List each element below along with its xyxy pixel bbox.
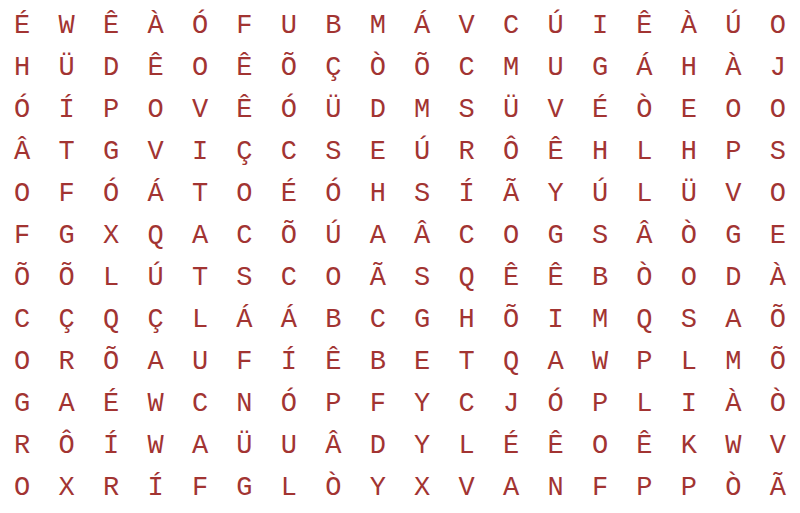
grid-cell-r7c9[interactable]: Ã: [356, 258, 400, 300]
grid-cell-r8c10[interactable]: G: [400, 299, 444, 341]
grid-cell-r8c16[interactable]: S: [667, 299, 711, 341]
grid-cell-r12c18[interactable]: Ã: [756, 467, 800, 509]
grid-cell-r2c16[interactable]: H: [667, 48, 711, 90]
grid-cell-r6c3[interactable]: X: [89, 216, 133, 258]
grid-cell-r7c2[interactable]: Õ: [44, 258, 88, 300]
grid-cell-r5c10[interactable]: S: [400, 174, 444, 216]
grid-cell-r10c7[interactable]: Ó: [267, 383, 311, 425]
grid-cell-r4c3[interactable]: G: [89, 132, 133, 174]
grid-cell-r12c8[interactable]: Ò: [311, 467, 355, 509]
grid-cell-r7c11[interactable]: Q: [444, 258, 488, 300]
grid-cell-r5c2[interactable]: F: [44, 174, 88, 216]
grid-cell-r2c14[interactable]: G: [578, 48, 622, 90]
grid-cell-r10c6[interactable]: N: [222, 383, 266, 425]
grid-cell-r5c16[interactable]: Ü: [667, 174, 711, 216]
grid-cell-r6c12[interactable]: O: [489, 216, 533, 258]
grid-cell-r10c11[interactable]: C: [444, 383, 488, 425]
grid-cell-r10c1[interactable]: G: [0, 383, 44, 425]
letter-grid: ÉWÊÀÓFUBMÁVCÚIÊÀÚOHÜDÊOÊÕÇÒÕCMUGÁHÀJÓÍPO…: [0, 6, 800, 509]
grid-cell-r11c16[interactable]: K: [667, 425, 711, 467]
grid-cell-r10c5[interactable]: C: [178, 383, 222, 425]
grid-cell-r7c15[interactable]: Ò: [622, 258, 666, 300]
grid-cell-r9c11[interactable]: T: [444, 341, 488, 383]
grid-cell-r8c11[interactable]: H: [444, 299, 488, 341]
grid-cell-r12c14[interactable]: F: [578, 467, 622, 509]
grid-cell-r8c1[interactable]: C: [0, 299, 44, 341]
grid-cell-r4c14[interactable]: H: [578, 132, 622, 174]
grid-cell-r1c2[interactable]: W: [44, 6, 88, 48]
grid-cell-r4c15[interactable]: L: [622, 132, 666, 174]
grid-cell-r5c15[interactable]: L: [622, 174, 666, 216]
grid-cell-r5c11[interactable]: Í: [444, 174, 488, 216]
grid-cell-r3c14[interactable]: É: [578, 90, 622, 132]
grid-cell-r8c9[interactable]: C: [356, 299, 400, 341]
grid-cell-r4c18[interactable]: S: [756, 132, 800, 174]
grid-cell-r5c1[interactable]: O: [0, 174, 44, 216]
grid-cell-r5c5[interactable]: T: [178, 174, 222, 216]
grid-cell-r7c4[interactable]: Ú: [133, 258, 177, 300]
grid-cell-r2c4[interactable]: Ê: [133, 48, 177, 90]
grid-cell-r11c14[interactable]: O: [578, 425, 622, 467]
grid-cell-r10c16[interactable]: I: [667, 383, 711, 425]
grid-cell-r9c1[interactable]: O: [0, 341, 44, 383]
grid-cell-r2c13[interactable]: U: [533, 48, 577, 90]
grid-cell-r8c18[interactable]: Õ: [756, 299, 800, 341]
grid-cell-r11c8[interactable]: Â: [311, 425, 355, 467]
grid-cell-r4c11[interactable]: R: [444, 132, 488, 174]
grid-cell-r10c14[interactable]: P: [578, 383, 622, 425]
grid-cell-r7c10[interactable]: S: [400, 258, 444, 300]
grid-cell-r9c4[interactable]: A: [133, 341, 177, 383]
grid-cell-r2c9[interactable]: Ò: [356, 48, 400, 90]
grid-cell-r1c5[interactable]: Ó: [178, 6, 222, 48]
grid-cell-r3c8[interactable]: Ü: [311, 90, 355, 132]
grid-cell-r10c17[interactable]: À: [711, 383, 755, 425]
grid-cell-r12c15[interactable]: P: [622, 467, 666, 509]
grid-cell-r12c1[interactable]: O: [0, 467, 44, 509]
grid-cell-r3c13[interactable]: V: [533, 90, 577, 132]
grid-cell-r1c1[interactable]: É: [0, 6, 44, 48]
grid-cell-r5c18[interactable]: O: [756, 174, 800, 216]
grid-cell-r4c4[interactable]: V: [133, 132, 177, 174]
grid-cell-r10c9[interactable]: F: [356, 383, 400, 425]
grid-cell-r11c13[interactable]: Ê: [533, 425, 577, 467]
grid-cell-r8c13[interactable]: I: [533, 299, 577, 341]
grid-cell-r10c18[interactable]: Ò: [756, 383, 800, 425]
grid-cell-r7c12[interactable]: Ê: [489, 258, 533, 300]
grid-cell-r6c18[interactable]: E: [756, 216, 800, 258]
grid-cell-r8c17[interactable]: A: [711, 299, 755, 341]
grid-cell-r6c8[interactable]: Ú: [311, 216, 355, 258]
grid-cell-r9c10[interactable]: E: [400, 341, 444, 383]
grid-cell-r11c5[interactable]: A: [178, 425, 222, 467]
grid-cell-r11c12[interactable]: É: [489, 425, 533, 467]
grid-cell-r9c2[interactable]: R: [44, 341, 88, 383]
grid-cell-r6c15[interactable]: Â: [622, 216, 666, 258]
grid-cell-r9c15[interactable]: P: [622, 341, 666, 383]
grid-cell-r1c11[interactable]: V: [444, 6, 488, 48]
grid-cell-r11c9[interactable]: D: [356, 425, 400, 467]
grid-cell-r8c8[interactable]: B: [311, 299, 355, 341]
grid-cell-r12c5[interactable]: F: [178, 467, 222, 509]
grid-cell-r4c7[interactable]: C: [267, 132, 311, 174]
grid-cell-r9c17[interactable]: M: [711, 341, 755, 383]
grid-cell-r6c14[interactable]: S: [578, 216, 622, 258]
grid-cell-r2c10[interactable]: Õ: [400, 48, 444, 90]
grid-cell-r10c12[interactable]: J: [489, 383, 533, 425]
grid-cell-r3c16[interactable]: E: [667, 90, 711, 132]
grid-cell-r4c8[interactable]: S: [311, 132, 355, 174]
grid-cell-r12c16[interactable]: P: [667, 467, 711, 509]
grid-cell-r8c14[interactable]: M: [578, 299, 622, 341]
grid-cell-r9c8[interactable]: Ê: [311, 341, 355, 383]
grid-cell-r11c17[interactable]: W: [711, 425, 755, 467]
grid-cell-r1c16[interactable]: À: [667, 6, 711, 48]
grid-cell-r6c1[interactable]: F: [0, 216, 44, 258]
grid-cell-r3c17[interactable]: O: [711, 90, 755, 132]
grid-cell-r12c6[interactable]: G: [222, 467, 266, 509]
grid-cell-r12c7[interactable]: L: [267, 467, 311, 509]
grid-cell-r1c17[interactable]: Ú: [711, 6, 755, 48]
grid-cell-r11c10[interactable]: Y: [400, 425, 444, 467]
grid-cell-r2c18[interactable]: J: [756, 48, 800, 90]
grid-cell-r8c4[interactable]: Ç: [133, 299, 177, 341]
grid-cell-r6c9[interactable]: A: [356, 216, 400, 258]
grid-cell-r1c3[interactable]: Ê: [89, 6, 133, 48]
grid-cell-r1c14[interactable]: I: [578, 6, 622, 48]
grid-cell-r7c17[interactable]: D: [711, 258, 755, 300]
grid-cell-r6c13[interactable]: G: [533, 216, 577, 258]
grid-cell-r6c7[interactable]: Õ: [267, 216, 311, 258]
grid-cell-r5c13[interactable]: Y: [533, 174, 577, 216]
grid-cell-r3c12[interactable]: Ü: [489, 90, 533, 132]
grid-cell-r3c3[interactable]: P: [89, 90, 133, 132]
grid-cell-r8c6[interactable]: Á: [222, 299, 266, 341]
grid-cell-r12c3[interactable]: R: [89, 467, 133, 509]
grid-cell-r5c9[interactable]: H: [356, 174, 400, 216]
grid-cell-r11c18[interactable]: V: [756, 425, 800, 467]
grid-cell-r4c9[interactable]: E: [356, 132, 400, 174]
grid-cell-r1c8[interactable]: B: [311, 6, 355, 48]
grid-cell-r7c16[interactable]: O: [667, 258, 711, 300]
grid-cell-r9c13[interactable]: A: [533, 341, 577, 383]
grid-cell-r5c6[interactable]: O: [222, 174, 266, 216]
grid-cell-r2c1[interactable]: H: [0, 48, 44, 90]
grid-cell-r6c6[interactable]: C: [222, 216, 266, 258]
grid-cell-r3c10[interactable]: M: [400, 90, 444, 132]
grid-cell-r2c6[interactable]: Ê: [222, 48, 266, 90]
grid-cell-r4c1[interactable]: Â: [0, 132, 44, 174]
grid-cell-r3c7[interactable]: Ó: [267, 90, 311, 132]
grid-cell-r1c10[interactable]: Á: [400, 6, 444, 48]
word-search-board: ÉWÊÀÓFUBMÁVCÚIÊÀÚOHÜDÊOÊÕÇÒÕCMUGÁHÀJÓÍPO…: [0, 0, 800, 513]
grid-cell-r1c6[interactable]: F: [222, 6, 266, 48]
grid-cell-r5c8[interactable]: Ó: [311, 174, 355, 216]
grid-cell-r3c9[interactable]: D: [356, 90, 400, 132]
grid-cell-r12c11[interactable]: V: [444, 467, 488, 509]
grid-cell-r3c18[interactable]: O: [756, 90, 800, 132]
grid-cell-r2c17[interactable]: À: [711, 48, 755, 90]
grid-cell-r2c3[interactable]: D: [89, 48, 133, 90]
grid-cell-r2c15[interactable]: Á: [622, 48, 666, 90]
grid-cell-r3c4[interactable]: O: [133, 90, 177, 132]
grid-cell-r11c15[interactable]: Ê: [622, 425, 666, 467]
grid-cell-r6c11[interactable]: C: [444, 216, 488, 258]
grid-cell-r10c15[interactable]: L: [622, 383, 666, 425]
grid-cell-r10c13[interactable]: Ó: [533, 383, 577, 425]
grid-cell-r1c9[interactable]: M: [356, 6, 400, 48]
grid-cell-r1c7[interactable]: U: [267, 6, 311, 48]
grid-cell-r4c10[interactable]: Ú: [400, 132, 444, 174]
grid-cell-r11c2[interactable]: Ô: [44, 425, 88, 467]
grid-cell-r9c5[interactable]: U: [178, 341, 222, 383]
grid-cell-r7c1[interactable]: Õ: [0, 258, 44, 300]
grid-cell-r8c3[interactable]: Q: [89, 299, 133, 341]
grid-cell-r9c12[interactable]: Q: [489, 341, 533, 383]
grid-cell-r10c3[interactable]: É: [89, 383, 133, 425]
grid-cell-r5c7[interactable]: É: [267, 174, 311, 216]
grid-cell-r11c6[interactable]: Ü: [222, 425, 266, 467]
grid-cell-r12c17[interactable]: Ò: [711, 467, 755, 509]
grid-cell-r6c16[interactable]: Ò: [667, 216, 711, 258]
grid-cell-r3c6[interactable]: Ê: [222, 90, 266, 132]
grid-cell-r9c3[interactable]: Õ: [89, 341, 133, 383]
grid-cell-r9c6[interactable]: F: [222, 341, 266, 383]
grid-cell-r12c13[interactable]: N: [533, 467, 577, 509]
grid-cell-r7c5[interactable]: T: [178, 258, 222, 300]
grid-cell-r7c18[interactable]: À: [756, 258, 800, 300]
grid-cell-r12c2[interactable]: X: [44, 467, 88, 509]
grid-cell-r7c13[interactable]: Ê: [533, 258, 577, 300]
grid-cell-r6c5[interactable]: A: [178, 216, 222, 258]
grid-cell-r4c12[interactable]: Ô: [489, 132, 533, 174]
grid-cell-r12c9[interactable]: Y: [356, 467, 400, 509]
grid-cell-r3c11[interactable]: S: [444, 90, 488, 132]
grid-cell-r5c17[interactable]: V: [711, 174, 755, 216]
grid-cell-r7c6[interactable]: S: [222, 258, 266, 300]
grid-cell-r3c1[interactable]: Ó: [0, 90, 44, 132]
grid-cell-r4c2[interactable]: T: [44, 132, 88, 174]
grid-cell-r2c5[interactable]: O: [178, 48, 222, 90]
grid-cell-r2c11[interactable]: C: [444, 48, 488, 90]
grid-cell-r5c4[interactable]: Á: [133, 174, 177, 216]
grid-cell-r6c17[interactable]: G: [711, 216, 755, 258]
grid-cell-r8c12[interactable]: Õ: [489, 299, 533, 341]
grid-cell-r1c4[interactable]: À: [133, 6, 177, 48]
grid-cell-r10c4[interactable]: W: [133, 383, 177, 425]
grid-cell-r4c5[interactable]: I: [178, 132, 222, 174]
grid-cell-r1c13[interactable]: Ú: [533, 6, 577, 48]
grid-cell-r9c7[interactable]: Í: [267, 341, 311, 383]
grid-cell-r7c7[interactable]: C: [267, 258, 311, 300]
grid-cell-r9c18[interactable]: Õ: [756, 341, 800, 383]
grid-cell-r12c10[interactable]: X: [400, 467, 444, 509]
grid-cell-r2c7[interactable]: Õ: [267, 48, 311, 90]
grid-cell-r7c14[interactable]: B: [578, 258, 622, 300]
grid-cell-r4c13[interactable]: Ê: [533, 132, 577, 174]
grid-cell-r3c5[interactable]: V: [178, 90, 222, 132]
grid-cell-r10c8[interactable]: P: [311, 383, 355, 425]
grid-cell-r11c11[interactable]: L: [444, 425, 488, 467]
grid-cell-r1c15[interactable]: Ê: [622, 6, 666, 48]
grid-cell-r2c8[interactable]: Ç: [311, 48, 355, 90]
grid-cell-r8c7[interactable]: Á: [267, 299, 311, 341]
grid-cell-r11c3[interactable]: Í: [89, 425, 133, 467]
grid-cell-r11c1[interactable]: R: [0, 425, 44, 467]
grid-cell-r6c4[interactable]: Q: [133, 216, 177, 258]
grid-cell-r9c14[interactable]: W: [578, 341, 622, 383]
grid-cell-r7c3[interactable]: L: [89, 258, 133, 300]
grid-cell-r1c18[interactable]: O: [756, 6, 800, 48]
grid-cell-r7c8[interactable]: O: [311, 258, 355, 300]
grid-cell-r3c15[interactable]: Ò: [622, 90, 666, 132]
grid-cell-r2c2[interactable]: Ü: [44, 48, 88, 90]
grid-cell-r8c15[interactable]: Q: [622, 299, 666, 341]
grid-cell-r12c4[interactable]: Í: [133, 467, 177, 509]
grid-cell-r5c3[interactable]: Ó: [89, 174, 133, 216]
grid-cell-r11c4[interactable]: W: [133, 425, 177, 467]
grid-cell-r3c2[interactable]: Í: [44, 90, 88, 132]
grid-cell-r8c2[interactable]: Ç: [44, 299, 88, 341]
grid-cell-r9c16[interactable]: L: [667, 341, 711, 383]
grid-cell-r12c12[interactable]: A: [489, 467, 533, 509]
grid-cell-r6c10[interactable]: Â: [400, 216, 444, 258]
grid-cell-r5c14[interactable]: Ú: [578, 174, 622, 216]
grid-cell-r2c12[interactable]: M: [489, 48, 533, 90]
grid-cell-r4c16[interactable]: H: [667, 132, 711, 174]
grid-cell-r8c5[interactable]: L: [178, 299, 222, 341]
grid-cell-r9c9[interactable]: B: [356, 341, 400, 383]
grid-cell-r11c7[interactable]: U: [267, 425, 311, 467]
grid-cell-r1c12[interactable]: C: [489, 6, 533, 48]
grid-cell-r10c2[interactable]: A: [44, 383, 88, 425]
grid-cell-r10c10[interactable]: Y: [400, 383, 444, 425]
grid-cell-r4c17[interactable]: P: [711, 132, 755, 174]
grid-cell-r6c2[interactable]: G: [44, 216, 88, 258]
grid-cell-r4c6[interactable]: Ç: [222, 132, 266, 174]
grid-cell-r5c12[interactable]: Ã: [489, 174, 533, 216]
